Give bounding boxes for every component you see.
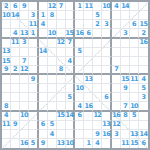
cell-r1c10: 11	[84, 2, 93, 11]
cell-r10c7	[57, 84, 66, 93]
cell-r15c15: 13	[130, 130, 139, 139]
cell-r14c11	[93, 121, 102, 130]
cell-r7c12	[102, 57, 112, 66]
cell-r3c11: 2	[93, 20, 102, 29]
cell-r12c16	[139, 102, 148, 111]
cell-r10c10	[84, 84, 93, 93]
cell-r4c15	[130, 29, 139, 38]
cell-r12c7	[57, 102, 66, 111]
cell-r2c4: 3	[29, 11, 39, 20]
cell-r6c12	[102, 48, 112, 57]
given-digit: 8	[59, 66, 63, 73]
cell-r3c12: 3	[102, 20, 112, 29]
cell-r1c9: 1	[75, 2, 84, 11]
cell-r9c8	[66, 75, 76, 84]
cell-r12c12	[102, 102, 112, 111]
given-digit: 3	[31, 12, 35, 19]
cell-r6c8	[66, 48, 76, 57]
cell-r1c13: 4	[112, 2, 121, 11]
cell-r11c2	[11, 93, 20, 102]
given-digit: 5	[68, 94, 72, 101]
given-digit: 10	[48, 30, 56, 37]
cell-r6c4	[29, 48, 39, 57]
cell-r3c1	[2, 20, 11, 29]
cell-r9c14: 15	[121, 75, 130, 84]
cell-r16c2	[11, 139, 20, 148]
given-digit: 14	[121, 3, 129, 10]
cell-r6c14	[121, 48, 130, 57]
given-digit: 8	[4, 103, 8, 110]
cell-r12c1: 8	[2, 102, 11, 111]
given-digit: 13	[20, 30, 28, 37]
cell-r11c12: 6	[102, 93, 112, 102]
cell-r13c14: 8	[121, 112, 130, 121]
cell-r11c13	[112, 93, 121, 102]
given-digit: 3	[22, 39, 26, 46]
cell-r14c2: 9	[11, 121, 20, 130]
cell-r10c9: 10	[75, 84, 84, 93]
given-digit: 13	[102, 121, 110, 128]
cell-r12c3	[20, 102, 29, 111]
cell-r10c5	[39, 84, 48, 93]
cell-r13c3: 10	[20, 112, 29, 121]
cell-r13c5	[39, 112, 48, 121]
cell-r9c15: 11	[130, 75, 139, 84]
cell-r14c7	[57, 121, 66, 130]
cell-r14c14	[121, 121, 130, 130]
cell-r16c1	[2, 139, 11, 148]
cell-r7c5	[39, 57, 48, 66]
cell-r12c14: 7	[121, 102, 130, 111]
given-digit: 15	[121, 76, 129, 83]
given-digit: 4	[13, 30, 17, 37]
cell-r2c7	[57, 11, 66, 20]
cell-r12c9: 4	[75, 102, 84, 111]
cell-r11c3	[20, 93, 29, 102]
cell-r6c16	[139, 48, 148, 57]
cell-r16c8: 10	[66, 139, 76, 148]
cell-r12c6	[48, 102, 57, 111]
given-digit: 6	[142, 140, 146, 147]
cell-r12c15: 10	[130, 102, 139, 111]
cell-r10c15	[130, 84, 139, 93]
cell-r1c3: 9	[20, 2, 29, 11]
cell-r2c14	[121, 11, 130, 20]
given-digit: 11	[130, 76, 138, 83]
cell-r12c13	[112, 102, 121, 111]
cell-r16c15: 15	[130, 139, 139, 148]
cell-r16c12	[102, 139, 112, 148]
cell-r8c7: 8	[57, 66, 66, 75]
cell-r10c4	[29, 84, 39, 93]
cell-r4c2: 4	[11, 29, 20, 38]
cell-r4c1	[2, 29, 11, 38]
cell-r2c2: 14	[11, 11, 20, 20]
cell-r14c10	[84, 121, 93, 130]
cell-r7c4	[29, 57, 39, 66]
given-digit: 5	[95, 12, 99, 19]
given-digit: 6	[13, 3, 17, 10]
given-digit: 6	[41, 121, 45, 128]
cell-r4c5	[39, 29, 48, 38]
cell-r1c15	[130, 2, 139, 11]
given-digit: 12	[93, 112, 101, 119]
cell-r15c13: 3	[112, 130, 121, 139]
given-digit: 14	[11, 12, 19, 19]
given-digit: 16	[140, 39, 148, 46]
cell-r13c15: 5	[130, 112, 139, 121]
cell-r2c1: 10	[2, 11, 11, 20]
cell-r11c16: 3	[139, 93, 148, 102]
cell-r14c5: 6	[39, 121, 48, 130]
given-digit: 10	[102, 3, 110, 10]
given-digit: 4	[77, 103, 81, 110]
cell-r5c15	[130, 39, 139, 48]
cell-r8c3: 12	[20, 66, 29, 75]
cell-r5c9	[75, 39, 84, 48]
cell-r13c6	[48, 112, 57, 121]
cell-r3c5: 4	[39, 20, 48, 29]
cell-r10c6	[48, 84, 57, 93]
cell-r6c15	[130, 48, 139, 57]
cell-r7c8: 4	[66, 57, 76, 66]
cell-r15c2	[11, 130, 20, 139]
cell-r11c4	[29, 93, 39, 102]
cell-r1c4	[29, 2, 39, 11]
cell-r12c11	[93, 102, 102, 111]
cell-r14c9	[75, 121, 84, 130]
given-digit: 4	[4, 112, 8, 119]
cell-r1c6: 12	[48, 2, 57, 11]
cell-r11c9	[75, 93, 84, 102]
given-digit: 16	[102, 131, 110, 138]
cell-r10c1	[2, 84, 11, 93]
given-digit: 16	[84, 103, 92, 110]
given-digit: 6	[77, 112, 81, 119]
given-digit: 5	[77, 48, 81, 55]
cell-r12c5	[39, 102, 48, 111]
cell-r11c1	[2, 93, 11, 102]
cell-r4c8: 15	[66, 29, 76, 38]
cell-r13c4	[29, 112, 39, 121]
cell-r9c11	[93, 75, 102, 84]
cell-r5c1	[2, 39, 11, 48]
cell-r15c16: 14	[139, 130, 148, 139]
given-digit: 3	[104, 21, 108, 28]
given-digit: 12	[57, 39, 65, 46]
given-digit: 9	[13, 121, 17, 128]
cell-r15c8	[66, 130, 76, 139]
cell-r8c9	[75, 66, 84, 75]
cell-r6c5: 14	[39, 48, 48, 57]
cell-r6c11	[93, 48, 102, 57]
cell-r4c11	[93, 29, 102, 38]
given-digit: 9	[41, 140, 45, 147]
cell-r5c10	[84, 39, 93, 48]
cell-r5c7: 12	[57, 39, 66, 48]
given-digit: 16	[20, 140, 28, 147]
given-digit: 11	[29, 21, 37, 28]
cell-r9c12	[102, 75, 112, 84]
cell-r15c7	[57, 130, 66, 139]
cell-r2c10	[84, 11, 93, 20]
cell-r13c9: 6	[75, 112, 84, 121]
given-digit: 15	[57, 112, 65, 119]
given-digit: 13	[2, 48, 10, 55]
cell-r8c5	[39, 66, 48, 75]
cell-r9c10: 13	[84, 75, 93, 84]
cell-r16c13	[112, 139, 121, 148]
cell-r14c6: 5	[48, 121, 57, 130]
cell-r11c5	[39, 93, 48, 102]
cell-r12c4	[29, 102, 39, 111]
cell-r9c2	[11, 75, 20, 84]
given-digit: 1	[77, 3, 81, 10]
cell-r2c11: 5	[93, 11, 102, 20]
cell-r5c4	[29, 39, 39, 48]
given-digit: 7	[123, 103, 127, 110]
given-digit: 5	[132, 112, 136, 119]
given-digit: 9	[4, 66, 8, 73]
cell-r16c7: 13	[57, 139, 66, 148]
given-digit: 15	[130, 140, 138, 147]
cell-r6c1: 13	[2, 48, 11, 57]
cell-r8c11	[93, 66, 102, 75]
cell-r15c14	[121, 130, 130, 139]
cell-r6c13	[112, 48, 121, 57]
cell-r3c14	[121, 20, 130, 29]
cell-r6c2	[11, 48, 20, 57]
cell-r16c3: 16	[20, 139, 29, 148]
cell-r4c10: 6	[84, 29, 93, 38]
cell-r9c16: 4	[139, 75, 148, 84]
cell-r9c4: 9	[29, 75, 39, 84]
cell-r16c16: 6	[139, 139, 148, 148]
cell-r1c11	[93, 2, 102, 11]
cell-r3c9	[75, 20, 84, 29]
cell-r16c4: 5	[29, 139, 39, 148]
cell-r5c6	[48, 39, 57, 48]
given-digit: 10	[130, 103, 138, 110]
given-digit: 5	[142, 85, 146, 92]
cell-r8c15	[130, 66, 139, 75]
cell-r3c13	[112, 20, 121, 29]
cell-r2c5: 1	[39, 11, 48, 20]
cell-r13c8: 14	[66, 112, 76, 121]
cell-r3c6	[48, 20, 57, 29]
cell-r14c8	[66, 121, 76, 130]
cell-r3c15: 6	[130, 20, 139, 29]
cell-r5c13	[112, 39, 121, 48]
cell-r3c8	[66, 20, 76, 29]
given-digit: 9	[31, 76, 35, 83]
cell-r5c8: 7	[66, 39, 76, 48]
given-digit: 5	[31, 140, 35, 147]
cell-r7c15	[130, 57, 139, 66]
given-digit: 12	[48, 3, 56, 10]
cell-r10c8	[66, 84, 76, 93]
cell-r15c3	[20, 130, 29, 139]
given-digit: 10	[66, 140, 74, 147]
cell-r15c1	[2, 130, 11, 139]
given-digit: 7	[114, 66, 118, 73]
cell-r10c11	[93, 84, 102, 93]
cell-r4c14: 3	[121, 29, 130, 38]
cell-r7c10	[84, 57, 93, 66]
cell-r2c8	[66, 11, 76, 20]
cell-r5c2: 11	[11, 39, 20, 48]
given-digit: 3	[123, 30, 127, 37]
given-digit: 9	[95, 131, 99, 138]
cell-r14c4	[29, 121, 39, 130]
cell-r11c14	[121, 93, 130, 102]
cell-r11c6	[48, 93, 57, 102]
given-digit: 3	[114, 131, 118, 138]
given-digit: 12	[112, 121, 120, 128]
cell-r12c2	[11, 102, 20, 111]
given-digit: 7	[22, 58, 26, 65]
cell-r8c2: 2	[11, 66, 20, 75]
given-digit: 3	[142, 94, 146, 101]
given-digit: 6	[86, 30, 90, 37]
given-digit: 10	[20, 112, 28, 119]
cell-r14c3	[20, 121, 29, 130]
cell-r14c12: 13	[102, 121, 112, 130]
cell-r3c16: 15	[139, 20, 148, 29]
cell-r1c14: 14	[121, 2, 130, 11]
cell-r13c7: 15	[57, 112, 66, 121]
given-digit: 10	[75, 85, 83, 92]
cell-r8c12	[102, 66, 112, 75]
cell-r4c7	[57, 29, 66, 38]
cell-r8c1: 9	[2, 66, 11, 75]
cell-r3c4: 11	[29, 20, 39, 29]
cell-r1c7: 7	[57, 2, 66, 11]
cell-r9c7	[57, 75, 66, 84]
cell-r2c3	[20, 11, 29, 20]
given-digit: 2	[13, 66, 17, 73]
cell-r9c13	[112, 75, 121, 84]
cell-r7c9	[75, 57, 84, 66]
cell-r16c9	[75, 139, 84, 148]
cell-r8c6	[48, 66, 57, 75]
cell-r6c10	[84, 48, 93, 57]
cell-r10c2	[11, 84, 20, 93]
given-digit: 14	[140, 131, 148, 138]
given-digit: 2	[95, 21, 99, 28]
cell-r2c12	[102, 11, 112, 20]
given-digit: 1	[86, 140, 90, 147]
cell-r4c12	[102, 29, 112, 38]
cell-r7c16	[139, 57, 148, 66]
cell-r9c1	[2, 75, 11, 84]
cell-r13c1: 4	[2, 112, 11, 121]
cell-r4c3: 13	[20, 29, 29, 38]
cell-r15c4	[29, 130, 39, 139]
given-digit: 14	[66, 112, 74, 119]
cell-r13c12	[102, 112, 112, 121]
cell-r3c10	[84, 20, 93, 29]
cell-r15c11: 9	[93, 130, 102, 139]
cell-r5c3: 3	[20, 39, 29, 48]
given-digit: 1	[31, 30, 35, 37]
given-digit: 14	[39, 48, 47, 55]
given-digit: 8	[123, 112, 127, 119]
given-digit: 16	[75, 30, 83, 37]
given-digit: 7	[59, 3, 63, 10]
cell-r2c6: 8	[48, 11, 57, 20]
cell-r13c2	[11, 112, 20, 121]
cell-r15c5	[39, 130, 48, 139]
cell-r5c11	[93, 39, 102, 48]
given-digit: 9	[22, 3, 26, 10]
given-digit: 11	[121, 140, 129, 147]
given-digit: 9	[123, 85, 127, 92]
cell-r6c3	[20, 48, 29, 57]
given-digit: 4	[142, 76, 146, 83]
cell-r8c14	[121, 66, 130, 75]
cell-r1c16	[139, 2, 148, 11]
given-digit: 16	[112, 112, 120, 119]
given-digit: 13	[84, 76, 92, 83]
cell-r16c6	[48, 139, 57, 148]
cell-r10c14: 9	[121, 84, 130, 93]
sudoku-board: 2691271111041410143185114236154131101516…	[0, 0, 150, 150]
cell-r14c15	[130, 121, 139, 130]
cell-r2c15	[130, 11, 139, 20]
cell-r14c13: 12	[112, 121, 121, 130]
cell-r4c13	[112, 29, 121, 38]
cell-r4c6: 10	[48, 29, 57, 38]
cell-r7c11	[93, 57, 102, 66]
given-digit: 11	[2, 121, 10, 128]
cell-r16c5: 9	[39, 139, 48, 148]
cell-r9c6	[48, 75, 57, 84]
given-digit: 11	[84, 3, 92, 10]
given-digit: 6	[104, 94, 108, 101]
cell-r16c14: 11	[121, 139, 130, 148]
cell-r4c9: 16	[75, 29, 84, 38]
cell-r8c16	[139, 66, 148, 75]
given-digit: 4	[50, 131, 54, 138]
cell-r10c3	[20, 84, 29, 93]
cell-r16c11: 4	[93, 139, 102, 148]
given-digit: 8	[50, 12, 54, 19]
cell-r12c8	[66, 102, 76, 111]
cell-r13c11: 12	[93, 112, 102, 121]
cell-r8c8	[66, 66, 76, 75]
cell-r12c10: 16	[84, 102, 93, 111]
cell-r1c8	[66, 2, 76, 11]
cell-r2c16	[139, 11, 148, 20]
cell-r3c7	[57, 20, 66, 29]
cell-r11c8: 5	[66, 93, 76, 102]
cell-r7c6	[48, 57, 57, 66]
given-digit: 4	[41, 21, 45, 28]
cell-r7c14	[121, 57, 130, 66]
cell-r6c7	[57, 48, 66, 57]
cell-r6c9: 5	[75, 48, 84, 57]
cell-r6c6	[48, 48, 57, 57]
cell-r8c13: 7	[112, 66, 121, 75]
cell-r16c10: 1	[84, 139, 93, 148]
given-digit: 15	[2, 58, 10, 65]
given-digit: 5	[50, 121, 54, 128]
cell-r11c10	[84, 93, 93, 102]
cell-r11c7	[57, 93, 66, 102]
cell-r10c13	[112, 84, 121, 93]
given-digit: 13	[130, 131, 138, 138]
